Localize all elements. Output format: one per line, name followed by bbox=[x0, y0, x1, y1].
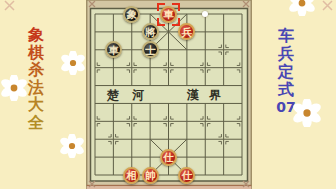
title-char: 式 bbox=[278, 81, 294, 99]
board-frame-bottom-edge bbox=[87, 185, 252, 186]
river-label-left: 楚河 bbox=[107, 87, 157, 104]
title-char: 07 bbox=[276, 99, 295, 115]
title-char: 兵 bbox=[278, 45, 294, 63]
flower-icon bbox=[289, 0, 315, 16]
flower-icon bbox=[61, 51, 85, 75]
river-label-right: 漢界 bbox=[187, 87, 231, 104]
black-general[interactable]: 將 bbox=[142, 23, 159, 40]
title-char: 车 bbox=[278, 27, 294, 45]
title-char: 大 bbox=[28, 96, 44, 114]
red-chariot[interactable]: 車 bbox=[160, 6, 177, 23]
title-char: 定 bbox=[278, 63, 294, 81]
title-char: 象 bbox=[28, 26, 44, 44]
black-advisor[interactable]: 士 bbox=[142, 41, 159, 58]
app-window: 象棋杀法大全 车兵定式07 楚河 漢界 象車將兵車士仕相帥仕 bbox=[0, 0, 336, 189]
title-char: 杀 bbox=[28, 61, 44, 79]
title-char: 棋 bbox=[28, 44, 44, 62]
red-advisor[interactable]: 仕 bbox=[178, 167, 195, 184]
red-elephant[interactable]: 相 bbox=[123, 167, 140, 184]
panel-ornament-icon bbox=[321, 0, 335, 12]
title-char: 全 bbox=[28, 114, 44, 132]
xiangqi-board[interactable]: 楚河 漢界 象車將兵車士仕相帥仕 bbox=[86, 0, 252, 189]
red-general[interactable]: 帥 bbox=[142, 167, 159, 184]
left-series-title: 象棋杀法大全 bbox=[20, 26, 52, 131]
black-elephant[interactable]: 象 bbox=[123, 6, 140, 23]
right-episode-title: 车兵定式07 bbox=[271, 27, 301, 115]
flower-icon bbox=[60, 134, 84, 158]
panel-ornament-icon bbox=[3, 0, 17, 12]
red-advisor[interactable]: 仕 bbox=[160, 149, 177, 166]
board-frame-bottom-shadow bbox=[87, 186, 252, 189]
title-char: 法 bbox=[28, 79, 44, 97]
